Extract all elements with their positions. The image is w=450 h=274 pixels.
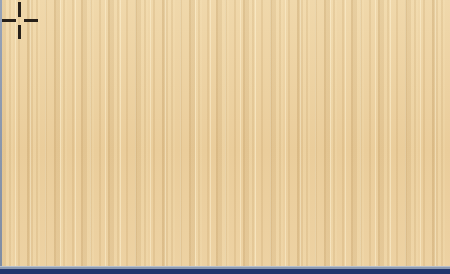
xiangqi-board[interactable] xyxy=(0,0,450,274)
marker-arm-right xyxy=(24,19,38,22)
marker-arm-down xyxy=(18,25,21,39)
window-frame-left xyxy=(0,0,2,274)
marker-arm-left xyxy=(2,19,16,22)
last-move-origin-marker xyxy=(0,0,40,40)
marker-arm-up xyxy=(18,2,21,17)
board-grid xyxy=(0,0,450,274)
window-frame-bottom xyxy=(0,266,450,274)
